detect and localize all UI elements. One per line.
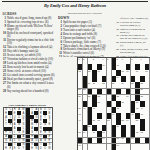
clue-number: 28 xyxy=(2,90,6,93)
grid-cell[interactable] xyxy=(121,95,125,101)
grid-cell[interactable] xyxy=(145,144,149,150)
black-square xyxy=(135,82,139,88)
grid-cell[interactable] xyxy=(107,107,111,113)
black-square xyxy=(83,125,87,131)
grid-cell[interactable] xyxy=(135,144,139,150)
cell-number: 51 xyxy=(97,119,99,121)
grid-cell[interactable]: 26 xyxy=(140,82,144,88)
clue-number: 15 xyxy=(115,28,119,34)
grid-cell[interactable] xyxy=(140,144,144,150)
clue-item: 28Say racing ahead for a hundred (8) xyxy=(2,90,56,93)
grid-cell[interactable]: 53 xyxy=(121,119,125,125)
grid-cell[interactable] xyxy=(102,119,106,125)
cell-number: 57 xyxy=(117,125,119,127)
black-square xyxy=(135,95,139,101)
grid-cell[interactable]: 49 xyxy=(78,119,82,125)
black-square xyxy=(126,138,130,144)
grid-cell[interactable]: 47 xyxy=(131,113,135,119)
grid-cell[interactable]: 64 xyxy=(102,138,106,144)
cell-number: 35 xyxy=(141,95,143,97)
grid-cell[interactable]: 57 xyxy=(116,125,120,131)
black-square xyxy=(131,107,135,113)
black-square xyxy=(97,138,101,144)
cell-number: 49 xyxy=(78,119,80,121)
cell-number: 48 xyxy=(141,113,143,115)
grid-cell[interactable]: 55 xyxy=(135,119,139,125)
grid-cell[interactable] xyxy=(107,125,111,131)
black-square xyxy=(88,64,92,70)
cell-number: 14 xyxy=(97,70,99,72)
grid-cell[interactable] xyxy=(116,82,120,88)
grid-cell[interactable]: 54 xyxy=(126,119,130,125)
clue-number: 14 xyxy=(115,21,119,27)
grid-cell[interactable] xyxy=(92,144,96,150)
cell-number: 11 xyxy=(117,64,119,66)
grid-cell[interactable]: 66 xyxy=(121,138,125,144)
grid-cell[interactable]: 67 xyxy=(131,138,135,144)
cell-number: 9 xyxy=(141,58,142,60)
cell-number: 15 xyxy=(121,70,123,72)
black-square xyxy=(131,101,135,107)
cell-number: 68 xyxy=(78,144,80,146)
grid-cell[interactable] xyxy=(112,70,116,76)
grid-cell[interactable]: 7 xyxy=(121,58,125,64)
grid-cell[interactable]: 43 xyxy=(135,107,139,113)
grid-cell[interactable]: 3 xyxy=(92,58,96,64)
grid-cell[interactable]: 56 xyxy=(88,125,92,131)
grid-cell[interactable]: 69 xyxy=(116,144,120,150)
grid-cell[interactable] xyxy=(126,76,130,82)
black-square xyxy=(140,76,144,82)
cell-number: 6 xyxy=(117,58,118,60)
grid-cell[interactable]: 17 xyxy=(135,70,139,76)
grid-cell[interactable] xyxy=(88,131,92,137)
grid-cell[interactable]: 30 xyxy=(78,95,82,101)
cell-number: 56 xyxy=(88,125,90,127)
black-square xyxy=(112,125,116,131)
black-square xyxy=(88,119,92,125)
grid-cell[interactable] xyxy=(145,125,149,131)
cell-number: 16 xyxy=(126,70,128,72)
cell-number: 32 xyxy=(97,95,99,97)
black-square xyxy=(83,101,87,107)
grid-cell[interactable] xyxy=(145,76,149,82)
grid-cell[interactable] xyxy=(145,58,149,64)
grid-cell[interactable]: 27 xyxy=(78,89,82,95)
black-square xyxy=(92,101,96,107)
grid-cell[interactable] xyxy=(102,144,106,150)
grid-cell[interactable]: 60 xyxy=(92,131,96,137)
grid-cell[interactable]: 12 xyxy=(78,70,82,76)
cell-number: 21 xyxy=(93,82,95,84)
grid-cell[interactable]: 63 xyxy=(140,131,144,137)
grid-cell[interactable] xyxy=(145,113,149,119)
clue-text: Put limits on what a city council leases… xyxy=(7,82,56,89)
grid-cell[interactable] xyxy=(131,64,135,70)
cell-number: 43 xyxy=(136,107,138,109)
grid-cell[interactable]: 5 xyxy=(107,58,111,64)
black-square xyxy=(116,70,120,76)
clue-number: 17 xyxy=(115,34,119,40)
clue-item: 27Put limits on what a city council leas… xyxy=(2,82,56,89)
grid-cell[interactable]: 8 xyxy=(131,58,135,64)
black-square xyxy=(107,113,111,119)
grid-cell[interactable]: 20 xyxy=(88,82,92,88)
cell-number: 24 xyxy=(121,82,123,84)
grid-cell[interactable]: 11 xyxy=(116,64,120,70)
cell-number: 7 xyxy=(121,58,122,60)
grid-cell[interactable] xyxy=(131,95,135,101)
black-square xyxy=(88,107,92,113)
black-square xyxy=(135,138,139,144)
grid-cell[interactable] xyxy=(92,138,96,144)
clue-number: 13 xyxy=(58,56,62,57)
black-square xyxy=(126,64,130,70)
grid-cell[interactable] xyxy=(145,131,149,137)
black-square xyxy=(116,101,120,107)
black-square xyxy=(116,113,120,119)
grid-cell[interactable] xyxy=(102,70,106,76)
grid-cell[interactable] xyxy=(83,119,87,125)
grid-cell[interactable] xyxy=(145,82,149,88)
grid-cell[interactable]: 48 xyxy=(140,113,144,119)
grid-cell[interactable] xyxy=(126,82,130,88)
black-square xyxy=(97,64,101,70)
grid-cell[interactable] xyxy=(83,138,87,144)
cell-number: 42 xyxy=(117,107,119,109)
grid-cell[interactable] xyxy=(102,89,106,95)
grid-cell[interactable] xyxy=(135,125,139,131)
grid-cell[interactable]: 13 xyxy=(88,70,92,76)
grid-cell[interactable] xyxy=(126,144,130,150)
grid-cell[interactable] xyxy=(78,82,82,88)
grid-cell[interactable]: 31 xyxy=(88,95,92,101)
cell-number: 54 xyxy=(126,119,128,121)
cell-number: 62 xyxy=(136,131,138,133)
black-square xyxy=(145,64,149,70)
grid-cell[interactable] xyxy=(135,58,139,64)
black-square xyxy=(131,131,135,137)
grid-cell[interactable]: 14 xyxy=(97,70,101,76)
clue-item: effective like Thames (6) xyxy=(115,17,149,20)
grid-cell[interactable]: 40 xyxy=(83,107,87,113)
grid-cell[interactable]: 37 xyxy=(121,101,125,107)
black-square xyxy=(112,144,116,150)
grid-cell[interactable] xyxy=(107,144,111,150)
grid-cell[interactable] xyxy=(131,89,135,95)
newspaper-crossword-page: By Emily Cox and Henry Rathvon solution … xyxy=(0,0,150,150)
grid-cell[interactable]: 21 xyxy=(92,82,96,88)
grid-cell[interactable]: 50 xyxy=(92,119,96,125)
grid-cell[interactable]: 35 xyxy=(140,95,144,101)
grid-cell[interactable] xyxy=(126,101,130,107)
grid-cell[interactable]: 2 xyxy=(83,58,87,64)
grid-cell[interactable]: 51 xyxy=(97,119,101,125)
grid-cell[interactable] xyxy=(92,64,96,70)
grid-cell[interactable] xyxy=(97,125,101,131)
grid-cell[interactable] xyxy=(107,95,111,101)
grid-cell[interactable] xyxy=(88,101,92,107)
across-clue-list: 1Noble steed gone limp, turned up (8)5Sp… xyxy=(2,17,56,93)
grid-cell[interactable] xyxy=(121,107,125,113)
clue-item: 21Much about a meal, ate (7) xyxy=(115,41,149,47)
clue-text: Spoiled teen go bad in nitro (7) xyxy=(120,28,149,34)
black-square xyxy=(135,64,139,70)
cell-number: 18 xyxy=(145,70,147,72)
grid-cell[interactable]: 18 xyxy=(145,70,149,76)
grid-cell[interactable] xyxy=(121,64,125,70)
cell-number: 20 xyxy=(88,82,90,84)
cell-number: 2 xyxy=(83,58,84,60)
grid-cell[interactable] xyxy=(83,95,87,101)
grid-cell[interactable] xyxy=(102,107,106,113)
cell-number: 22 xyxy=(102,82,104,84)
black-square xyxy=(92,70,96,76)
clue-number: 27 xyxy=(2,82,6,89)
grid-cell[interactable]: 4 xyxy=(102,58,106,64)
grid-cell[interactable] xyxy=(112,119,116,125)
grid-cell[interactable]: 10 xyxy=(102,64,106,70)
grid-cell[interactable] xyxy=(145,107,149,113)
grid-cell[interactable]: 34 xyxy=(126,95,130,101)
black-square xyxy=(112,107,116,113)
cell-number: 4 xyxy=(102,58,103,60)
grid-cell[interactable]: 52 xyxy=(107,119,111,125)
grid-cell[interactable]: 32 xyxy=(97,95,101,101)
black-square xyxy=(78,138,82,144)
grid-cell[interactable] xyxy=(83,113,87,119)
grid-cell[interactable] xyxy=(107,138,111,144)
grid-cell[interactable]: 25 xyxy=(131,82,135,88)
grid-cell[interactable]: 42 xyxy=(116,107,120,113)
grid-cell[interactable] xyxy=(107,82,111,88)
cell-number: 36 xyxy=(97,101,99,103)
down-clue-list-left: 1Spilt beans for paper (5)2Casa popular … xyxy=(58,21,113,57)
grid-cell[interactable]: 16 xyxy=(126,70,130,76)
cell-number: 38 xyxy=(136,101,138,103)
grid-cell[interactable] xyxy=(126,125,130,131)
grid-cell[interactable]: 39 xyxy=(78,107,82,113)
grid-cell[interactable] xyxy=(131,144,135,150)
grid-cell[interactable]: 24 xyxy=(121,82,125,88)
black-square xyxy=(116,89,120,95)
black-square xyxy=(102,125,106,131)
grid-cell[interactable]: 6 xyxy=(116,58,120,64)
grid-cell[interactable] xyxy=(140,64,144,70)
clue-number: 21 xyxy=(115,41,119,47)
cell-number: 31 xyxy=(88,95,90,97)
grid-cell[interactable] xyxy=(107,76,111,82)
grid-cell[interactable]: 28 xyxy=(83,89,87,95)
cell-number: 40 xyxy=(83,107,85,109)
black-square xyxy=(88,138,92,144)
grid-cell[interactable] xyxy=(83,70,87,76)
grid-cell[interactable] xyxy=(126,131,130,137)
grid-cell[interactable]: 58 xyxy=(78,131,82,137)
black-square xyxy=(140,125,144,131)
grid-cell[interactable] xyxy=(92,113,96,119)
cell-number: 8 xyxy=(131,58,132,60)
clue-number: 23 xyxy=(115,48,119,54)
black-square xyxy=(83,76,87,82)
clue-text: Chap, spend a word, also spreading (5) xyxy=(120,48,149,54)
cell-number: 23 xyxy=(112,82,114,84)
across-clue-column: ACROSS 1Noble steed gone limp, turned up… xyxy=(2,12,56,104)
grid-cell[interactable] xyxy=(131,119,135,125)
black-square xyxy=(135,89,139,95)
grid-cell[interactable]: 41 xyxy=(92,107,96,113)
clue-text: Liberals in terrible Beatles song (5,3) xyxy=(120,21,149,27)
clue-item: 15Spoiled teen go bad in nitro (7) xyxy=(115,28,149,34)
grid-cell[interactable]: 1 xyxy=(78,58,82,64)
cell-number: 65 xyxy=(117,137,119,139)
black-square xyxy=(97,113,101,119)
grid-cell[interactable] xyxy=(112,89,116,95)
cell-number: 37 xyxy=(121,101,123,103)
grid-cell[interactable] xyxy=(97,82,101,88)
cell-number: 47 xyxy=(131,113,133,115)
grid-cell[interactable] xyxy=(121,89,125,95)
black-square xyxy=(112,64,116,70)
grid-cell[interactable]: 22 xyxy=(102,82,106,88)
grid-cell[interactable] xyxy=(145,89,149,95)
grid-cell[interactable] xyxy=(126,58,130,64)
grid-cell: W xyxy=(47,146,51,150)
cell-number: 46 xyxy=(112,113,114,115)
black-square xyxy=(131,125,135,131)
cell-number: 28 xyxy=(83,88,85,90)
grid-cell[interactable]: 44 xyxy=(140,107,144,113)
black-square xyxy=(131,76,135,82)
cell-number: 44 xyxy=(141,107,143,109)
down-clue-column-left: DOWN 1Spilt beans for paper (5)2Casa pop… xyxy=(58,16,113,57)
grid-cell[interactable] xyxy=(131,70,135,76)
grid-cell[interactable] xyxy=(83,64,87,70)
grid-cell[interactable]: 23 xyxy=(112,82,116,88)
grid-cell[interactable] xyxy=(102,101,106,107)
black-square xyxy=(140,119,144,125)
grid-cell[interactable] xyxy=(145,101,149,107)
cell-number: 41 xyxy=(93,107,95,109)
grid-cell[interactable] xyxy=(135,76,139,82)
black-square xyxy=(135,113,139,119)
grid-cell[interactable] xyxy=(121,113,125,119)
grid-cell[interactable] xyxy=(102,95,106,101)
black-square xyxy=(88,113,92,119)
grid-cell[interactable] xyxy=(102,113,106,119)
grid-cell[interactable] xyxy=(78,101,82,107)
grid-cell[interactable]: 15 xyxy=(121,70,125,76)
grid-cell[interactable]: 61 xyxy=(102,131,106,137)
grid-cell[interactable]: 33 xyxy=(116,95,120,101)
black-square xyxy=(102,76,106,82)
grid-cell[interactable]: 9 xyxy=(140,58,144,64)
top-rule xyxy=(2,1,148,2)
grid-cell[interactable] xyxy=(140,138,144,144)
grid-cell[interactable] xyxy=(145,95,149,101)
black-square xyxy=(92,125,96,131)
puzzle-byline: By Emily Cox and Henry Rathvon xyxy=(0,3,150,8)
grid-cell[interactable]: 65 xyxy=(116,138,120,144)
grid-cell[interactable]: 38 xyxy=(135,101,139,107)
clue-text: Follow sweetmeats in part of the Rockies… xyxy=(120,34,149,40)
clue-item: 14Liberals in terrible Beatles song (5,3… xyxy=(115,21,149,27)
grid-cell[interactable] xyxy=(112,101,116,107)
black-square xyxy=(107,101,111,107)
cell-number: 3 xyxy=(93,58,94,60)
cell-number: 50 xyxy=(93,119,95,121)
grid-cell[interactable] xyxy=(97,107,101,113)
grid-cell[interactable]: 59 xyxy=(83,131,87,137)
black-square xyxy=(112,58,116,64)
grid-cell[interactable] xyxy=(107,131,111,137)
cell-number: 69 xyxy=(117,144,119,146)
grid-cell[interactable]: 68 xyxy=(78,144,82,150)
grid-cell[interactable] xyxy=(92,89,96,95)
black-square xyxy=(78,64,82,70)
cell-number: 19 xyxy=(117,76,119,78)
grid-cell[interactable] xyxy=(78,76,82,82)
grid-cell[interactable] xyxy=(107,70,111,76)
grid-cell[interactable]: 46 xyxy=(112,113,116,119)
clue-text: Say racing ahead for a hundred (8) xyxy=(7,90,56,93)
black-square xyxy=(140,101,144,107)
crossword-grid[interactable]: 1234567891011121314151617181920212223242… xyxy=(77,57,150,150)
grid-cell[interactable] xyxy=(78,125,82,131)
grid-cell[interactable] xyxy=(121,144,125,150)
cell-number: 53 xyxy=(121,119,123,121)
grid-cell[interactable] xyxy=(97,58,101,64)
cell-number: 55 xyxy=(136,119,138,121)
cell-number: 63 xyxy=(141,131,143,133)
grid-cell[interactable]: 19 xyxy=(116,76,120,82)
grid-cell[interactable] xyxy=(107,64,111,70)
clue-number xyxy=(115,17,119,20)
cell-number: 27 xyxy=(78,88,80,90)
grid-cell[interactable] xyxy=(145,119,149,125)
grid-cell[interactable] xyxy=(83,144,87,150)
cell-number: 12 xyxy=(78,70,80,72)
cell-number: 34 xyxy=(126,95,128,97)
black-square xyxy=(121,76,125,82)
black-square xyxy=(145,138,149,144)
cell-number: 10 xyxy=(102,64,104,66)
solution-note: solution appears next Saturday xyxy=(50,12,120,15)
black-square xyxy=(83,82,87,88)
grid-cell[interactable]: 62 xyxy=(135,131,139,137)
black-square xyxy=(121,131,125,137)
cell-number: 66 xyxy=(121,137,123,139)
grid-cell[interactable] xyxy=(126,107,130,113)
black-square xyxy=(126,113,130,119)
grid-cell[interactable] xyxy=(116,131,120,137)
black-square xyxy=(121,125,125,131)
grid-cell[interactable] xyxy=(97,76,101,82)
grid-cell[interactable]: 36 xyxy=(97,101,101,107)
grid-cell[interactable] xyxy=(88,76,92,82)
cell-number: 25 xyxy=(131,82,133,84)
grid-cell[interactable]: 29 xyxy=(140,89,144,95)
cell-number: 67 xyxy=(131,137,133,139)
grid-cell[interactable]: 45 xyxy=(78,113,82,119)
black-square xyxy=(92,95,96,101)
grid-cell[interactable] xyxy=(88,58,92,64)
black-square xyxy=(126,89,130,95)
grid-cell[interactable] xyxy=(97,144,101,150)
cell-number: 26 xyxy=(141,82,143,84)
grid-cell[interactable] xyxy=(140,70,144,76)
grid-cell[interactable] xyxy=(88,144,92,150)
